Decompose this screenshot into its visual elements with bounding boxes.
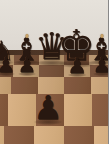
- black-pawn-b7[interactable]: ♟: [0, 54, 15, 76]
- black-pawn-e7[interactable]: ♟: [67, 54, 87, 77]
- square-c5[interactable]: [8, 94, 36, 126]
- bishop-finial-tip: [101, 34, 104, 38]
- square-e4[interactable]: [64, 126, 94, 144]
- square-c4[interactable]: [4, 126, 34, 144]
- black-pawn-d5[interactable]: ♟: [33, 91, 63, 126]
- square-e5[interactable]: [64, 94, 92, 126]
- black-pawn-f7[interactable]: ♟: [93, 54, 108, 76]
- chess-photo-scene: ♞♝♛♚♝♟♟♟♟♟: [0, 0, 108, 144]
- black-pawn-c7[interactable]: ♟: [18, 54, 37, 76]
- square-e6[interactable]: [64, 77, 91, 94]
- square-f5[interactable]: [92, 94, 108, 126]
- square-f6[interactable]: [91, 77, 109, 94]
- square-f4[interactable]: [94, 126, 108, 144]
- square-d4[interactable]: [34, 126, 64, 144]
- square-b5[interactable]: [0, 94, 8, 126]
- bishop-finial-tip: [26, 34, 29, 38]
- square-b6[interactable]: [0, 77, 11, 94]
- rank-4: [0, 126, 108, 144]
